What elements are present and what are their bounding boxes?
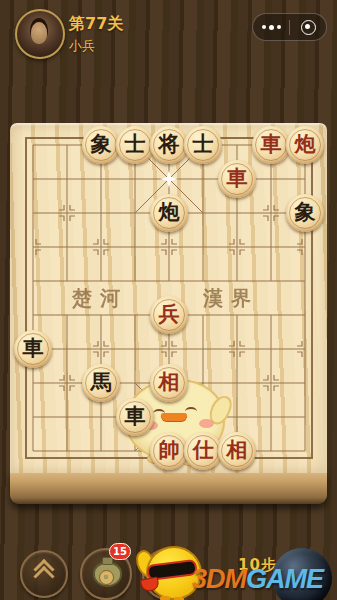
piece-black-将[interactable]: 将 [150, 126, 188, 164]
target-circle-icon [301, 20, 316, 35]
piece-red-相[interactable]: 相 [218, 432, 256, 470]
watermark-text: 3DMGAME [192, 564, 323, 595]
piece-black-車[interactable]: 車 [116, 398, 154, 436]
chick-foot [160, 596, 170, 600]
more-dots-icon [262, 25, 266, 29]
more-dots-icon [277, 25, 281, 29]
piece-black-車[interactable]: 車 [14, 330, 52, 368]
board-front-edge [10, 471, 327, 504]
xiangqi-level-screen: { "game": "xiangqi", "header": { "level_… [0, 0, 337, 600]
piece-red-兵[interactable]: 兵 [150, 296, 188, 334]
piece-black-馬[interactable]: 馬 [82, 364, 120, 402]
exit-button[interactable] [290, 14, 326, 40]
level-title: 第77关 [69, 14, 123, 35]
coin-icon [99, 570, 114, 585]
piece-black-象[interactable]: 象 [286, 194, 324, 232]
piece-red-車[interactable]: 車 [218, 160, 256, 198]
piece-red-炮[interactable]: 炮 [286, 126, 324, 164]
piece-red-相[interactable]: 相 [150, 364, 188, 402]
piece-black-士[interactable]: 士 [116, 126, 154, 164]
miniprogram-capsule [252, 13, 327, 41]
piece-red-帥[interactable]: 帥 [150, 432, 188, 470]
move-highlight-sparkle [160, 170, 178, 188]
player-avatar[interactable] [15, 9, 65, 59]
piece-red-車[interactable]: 車 [252, 126, 290, 164]
piece-black-士[interactable]: 士 [184, 126, 222, 164]
avatar-face-graphic [31, 22, 47, 44]
expand-menu-button[interactable] [20, 550, 68, 598]
piece-black-炮[interactable]: 炮 [150, 194, 188, 232]
level-subtitle: 小兵 [69, 37, 95, 55]
piece-red-仕[interactable]: 仕 [184, 432, 222, 470]
piece-layer: 象士将士車炮車炮象兵車馬相車帥仕相 [16, 128, 322, 468]
piece-black-象[interactable]: 象 [82, 126, 120, 164]
more-dots-icon [269, 25, 274, 30]
hint-count-badge: 15 [109, 543, 131, 560]
more-button[interactable] [253, 14, 289, 40]
